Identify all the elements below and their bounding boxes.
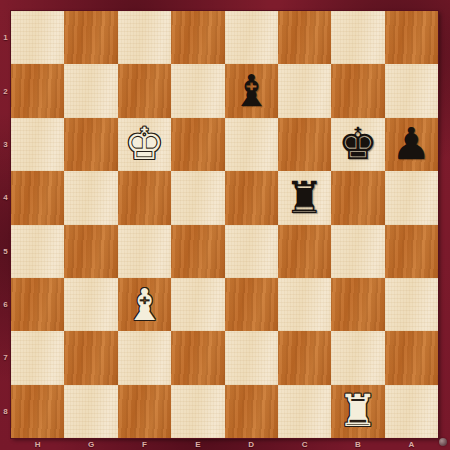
corner-rivet-decoration bbox=[439, 438, 447, 446]
square-e3[interactable] bbox=[171, 118, 224, 171]
black-king[interactable]: ♚ bbox=[338, 122, 377, 166]
square-d3[interactable] bbox=[225, 118, 278, 171]
square-g5[interactable] bbox=[64, 225, 117, 278]
square-c3[interactable] bbox=[278, 118, 331, 171]
square-a5[interactable] bbox=[385, 225, 438, 278]
black-bishop[interactable]: ♝ bbox=[231, 69, 270, 113]
square-b2[interactable] bbox=[331, 64, 384, 117]
square-a7[interactable] bbox=[385, 331, 438, 384]
square-d5[interactable] bbox=[225, 225, 278, 278]
file-label-c: C bbox=[278, 438, 331, 450]
rank-label-5: 5 bbox=[0, 225, 11, 278]
rank-labels: 12345678 bbox=[0, 11, 11, 438]
square-a1[interactable] bbox=[385, 11, 438, 64]
white-bishop[interactable]: ♝ bbox=[125, 283, 164, 327]
file-label-d: D bbox=[225, 438, 278, 450]
square-g2[interactable] bbox=[64, 64, 117, 117]
square-e4[interactable] bbox=[171, 171, 224, 224]
square-c8[interactable] bbox=[278, 385, 331, 438]
square-f5[interactable] bbox=[118, 225, 171, 278]
black-rook[interactable]: ♜ bbox=[285, 176, 324, 220]
file-label-h: H bbox=[11, 438, 64, 450]
square-a8[interactable] bbox=[385, 385, 438, 438]
file-label-g: G bbox=[64, 438, 117, 450]
square-f3[interactable]: ♚ bbox=[118, 118, 171, 171]
white-rook[interactable]: ♜ bbox=[338, 389, 377, 433]
rank-label-7: 7 bbox=[0, 331, 11, 384]
square-h6[interactable] bbox=[11, 278, 64, 331]
square-b6[interactable] bbox=[331, 278, 384, 331]
square-g3[interactable] bbox=[64, 118, 117, 171]
square-f2[interactable] bbox=[118, 64, 171, 117]
square-c5[interactable] bbox=[278, 225, 331, 278]
square-h7[interactable] bbox=[11, 331, 64, 384]
rank-label-6: 6 bbox=[0, 278, 11, 331]
square-f1[interactable] bbox=[118, 11, 171, 64]
square-h4[interactable] bbox=[11, 171, 64, 224]
square-d7[interactable] bbox=[225, 331, 278, 384]
chess-board-frame: ♝♚♚♟♜♝♜ 12345678 HGFEDCBA bbox=[0, 0, 450, 450]
square-f4[interactable] bbox=[118, 171, 171, 224]
square-c4[interactable]: ♜ bbox=[278, 171, 331, 224]
rank-label-2: 2 bbox=[0, 64, 11, 117]
square-d6[interactable] bbox=[225, 278, 278, 331]
file-label-b: B bbox=[331, 438, 384, 450]
black-pawn[interactable]: ♟ bbox=[392, 122, 431, 166]
square-h2[interactable] bbox=[11, 64, 64, 117]
square-g4[interactable] bbox=[64, 171, 117, 224]
square-g1[interactable] bbox=[64, 11, 117, 64]
rank-label-3: 3 bbox=[0, 118, 11, 171]
square-h8[interactable] bbox=[11, 385, 64, 438]
square-c1[interactable] bbox=[278, 11, 331, 64]
square-a2[interactable] bbox=[385, 64, 438, 117]
rank-label-4: 4 bbox=[0, 171, 11, 224]
white-king[interactable]: ♚ bbox=[125, 122, 164, 166]
square-b5[interactable] bbox=[331, 225, 384, 278]
square-f6[interactable]: ♝ bbox=[118, 278, 171, 331]
square-e5[interactable] bbox=[171, 225, 224, 278]
square-g6[interactable] bbox=[64, 278, 117, 331]
square-e6[interactable] bbox=[171, 278, 224, 331]
chess-board: ♝♚♚♟♜♝♜ bbox=[11, 11, 438, 438]
square-g8[interactable] bbox=[64, 385, 117, 438]
square-a3[interactable]: ♟ bbox=[385, 118, 438, 171]
square-f8[interactable] bbox=[118, 385, 171, 438]
square-b1[interactable] bbox=[331, 11, 384, 64]
rank-label-1: 1 bbox=[0, 11, 11, 64]
square-c2[interactable] bbox=[278, 64, 331, 117]
square-d2[interactable]: ♝ bbox=[225, 64, 278, 117]
file-labels: HGFEDCBA bbox=[11, 438, 438, 450]
square-b8[interactable]: ♜ bbox=[331, 385, 384, 438]
square-b7[interactable] bbox=[331, 331, 384, 384]
square-h3[interactable] bbox=[11, 118, 64, 171]
square-d1[interactable] bbox=[225, 11, 278, 64]
square-c6[interactable] bbox=[278, 278, 331, 331]
square-e2[interactable] bbox=[171, 64, 224, 117]
square-e7[interactable] bbox=[171, 331, 224, 384]
square-e1[interactable] bbox=[171, 11, 224, 64]
square-h5[interactable] bbox=[11, 225, 64, 278]
square-a6[interactable] bbox=[385, 278, 438, 331]
square-b4[interactable] bbox=[331, 171, 384, 224]
square-h1[interactable] bbox=[11, 11, 64, 64]
square-d4[interactable] bbox=[225, 171, 278, 224]
square-e8[interactable] bbox=[171, 385, 224, 438]
file-label-e: E bbox=[171, 438, 224, 450]
file-label-a: A bbox=[385, 438, 438, 450]
square-c7[interactable] bbox=[278, 331, 331, 384]
square-b3[interactable]: ♚ bbox=[331, 118, 384, 171]
square-g7[interactable] bbox=[64, 331, 117, 384]
square-d8[interactable] bbox=[225, 385, 278, 438]
square-a4[interactable] bbox=[385, 171, 438, 224]
rank-label-8: 8 bbox=[0, 385, 11, 438]
square-f7[interactable] bbox=[118, 331, 171, 384]
file-label-f: F bbox=[118, 438, 171, 450]
